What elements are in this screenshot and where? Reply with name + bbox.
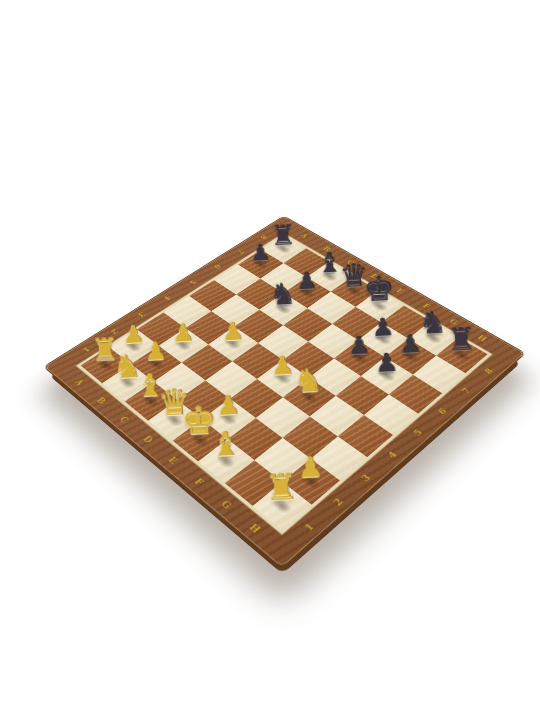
- coord-rank-1-right: 1: [303, 522, 317, 533]
- coord-rank-4-left: 4: [162, 294, 172, 301]
- coord-rank-5-right: 5: [412, 428, 425, 437]
- coord-file-a-near: A: [73, 378, 85, 387]
- coord-file-g-far: G: [448, 318, 460, 326]
- coord-rank-3-left: 3: [136, 311, 147, 318]
- coord-file-c-far: C: [345, 259, 356, 266]
- chess-board: ♜♝♛♚♞♜♟♟♟♟♞♟♟♟♟♞♟♟♟♟♟♜♞♝♛♚♝♜ AA11BB22CC3…: [44, 216, 524, 567]
- coord-file-a-far: A: [299, 233, 309, 239]
- coord-rank-6-right: 6: [436, 407, 449, 416]
- coord-file-h-far: H: [476, 334, 489, 343]
- coord-file-b-far: B: [321, 245, 332, 252]
- coord-file-d-near: D: [141, 434, 155, 444]
- coord-rank-8-left: 8: [259, 234, 269, 240]
- coord-rank-7-right: 7: [460, 387, 472, 396]
- coord-file-b-near: B: [95, 396, 108, 406]
- coord-rank-3-right: 3: [360, 473, 373, 483]
- coord-file-c-near: C: [117, 415, 130, 425]
- coord-rank-1-left: 1: [81, 345, 92, 353]
- coord-rank-8-right: 8: [483, 367, 495, 375]
- coord-rank-5-left: 5: [188, 279, 198, 286]
- coord-rank-6-left: 6: [212, 263, 222, 269]
- coord-rank-2-right: 2: [332, 497, 345, 508]
- coord-rank-2-left: 2: [109, 328, 120, 335]
- board-frame: ♜♝♛♚♞♜♟♟♟♟♞♟♟♟♟♞♟♟♟♟♟♜♞♝♛♚♝♜ AA11BB22CC3…: [44, 216, 524, 567]
- coord-file-f-near: F: [192, 477, 205, 487]
- coord-file-e-near: E: [166, 455, 179, 465]
- coord-rank-7-left: 7: [236, 248, 246, 254]
- coord-file-e-far: E: [395, 287, 406, 294]
- coord-file-d-far: D: [369, 273, 380, 280]
- coord-file-f-far: F: [421, 302, 432, 309]
- coord-file-g-near: G: [219, 499, 233, 511]
- product-photo-scene: ♜♝♛♚♞♜♟♟♟♟♞♟♟♟♟♞♟♟♟♟♟♜♞♝♛♚♝♜ AA11BB22CC3…: [0, 0, 540, 720]
- coord-rank-4-right: 4: [386, 450, 399, 460]
- coord-file-h-near: H: [247, 522, 262, 535]
